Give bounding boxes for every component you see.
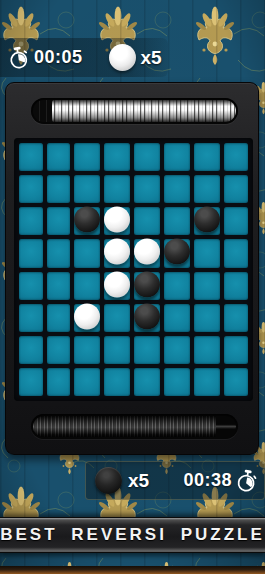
board-cell-h7[interactable]	[224, 336, 248, 364]
hud-black-player: x5 00:38	[85, 461, 265, 500]
white-tray-discs	[52, 100, 236, 122]
board-cell-b1[interactable]	[47, 143, 71, 171]
board-cell-e1[interactable]	[134, 143, 160, 171]
black-disc-icon	[95, 467, 122, 494]
board-cell-a5[interactable]	[19, 272, 43, 300]
board-cell-h6[interactable]	[224, 304, 248, 332]
board-cell-e2[interactable]	[134, 175, 160, 203]
board-cell-c1[interactable]	[74, 143, 100, 171]
white-piece-tray	[31, 98, 238, 124]
board-cell-h8[interactable]	[224, 368, 248, 396]
black-tray-discs	[33, 416, 216, 437]
board-cell-c3[interactable]	[74, 207, 100, 235]
white-piece	[134, 239, 160, 265]
white-piece	[74, 303, 100, 329]
board-cell-c4[interactable]	[74, 239, 100, 267]
board-cell-f5[interactable]	[164, 272, 190, 300]
white-piece	[104, 207, 130, 233]
board-cell-h1[interactable]	[224, 143, 248, 171]
board-cell-b5[interactable]	[47, 272, 71, 300]
board-cell-b7[interactable]	[47, 336, 71, 364]
board-cell-f4[interactable]	[164, 239, 190, 267]
board-cell-h5[interactable]	[224, 272, 248, 300]
white-timer: 00:05	[34, 47, 83, 68]
app-title: BEST REVERSI PUZZLE	[0, 525, 265, 545]
stopwatch-icon	[234, 467, 259, 494]
board-cell-h2[interactable]	[224, 175, 248, 203]
board-cell-b2[interactable]	[47, 175, 71, 203]
board-cell-g4[interactable]	[194, 239, 220, 267]
board-cell-f6[interactable]	[164, 304, 190, 332]
board-cell-c2[interactable]	[74, 175, 100, 203]
white-remaining-count: x5	[141, 47, 162, 69]
board-frame	[5, 82, 259, 455]
black-timer: 00:38	[183, 470, 232, 491]
black-piece	[194, 207, 220, 233]
board-cell-a7[interactable]	[19, 336, 43, 364]
board-cell-g3[interactable]	[194, 207, 220, 235]
board-cell-d4[interactable]	[104, 239, 130, 267]
white-tray-empty-slot	[33, 100, 52, 122]
board-cell-d1[interactable]	[104, 143, 130, 171]
board-cell-a8[interactable]	[19, 368, 43, 396]
black-piece	[74, 207, 100, 233]
board-cell-e4[interactable]	[134, 239, 160, 267]
hud-white-player: 00:05 x5	[0, 38, 168, 77]
black-remaining-count: x5	[128, 470, 149, 492]
board-cell-c5[interactable]	[74, 272, 100, 300]
black-tray-empty-slot	[216, 416, 236, 437]
board-cell-b6[interactable]	[47, 304, 71, 332]
board-cell-f3[interactable]	[164, 207, 190, 235]
board-cell-f1[interactable]	[164, 143, 190, 171]
board-cell-g1[interactable]	[194, 143, 220, 171]
white-disc-icon	[109, 44, 136, 71]
board-cell-e6[interactable]	[134, 304, 160, 332]
black-piece-tray	[31, 414, 238, 439]
board-cell-h3[interactable]	[224, 207, 248, 235]
stopwatch-icon	[6, 44, 30, 71]
board-cell-a4[interactable]	[19, 239, 43, 267]
board-cell-d3[interactable]	[104, 207, 130, 235]
board-cell-h4[interactable]	[224, 239, 248, 267]
board-cell-b4[interactable]	[47, 239, 71, 267]
board-cell-d2[interactable]	[104, 175, 130, 203]
black-piece	[134, 271, 160, 297]
board-cell-c6[interactable]	[74, 304, 100, 332]
board-cell-c8[interactable]	[74, 368, 100, 396]
board-cell-g2[interactable]	[194, 175, 220, 203]
board-cell-e8[interactable]	[134, 368, 160, 396]
board-cell-f7[interactable]	[164, 336, 190, 364]
board-cell-f2[interactable]	[164, 175, 190, 203]
board-cell-e7[interactable]	[134, 336, 160, 364]
board-cell-a3[interactable]	[19, 207, 43, 235]
white-piece	[104, 239, 130, 265]
board-cell-b3[interactable]	[47, 207, 71, 235]
title-banner: BEST REVERSI PUZZLE	[0, 517, 265, 553]
black-piece	[164, 239, 190, 265]
board-cell-e5[interactable]	[134, 272, 160, 300]
board-cell-d6[interactable]	[104, 304, 130, 332]
board-cell-e3[interactable]	[134, 207, 160, 235]
board-cell-g5[interactable]	[194, 272, 220, 300]
board-cell-g8[interactable]	[194, 368, 220, 396]
app-screen: 00:05 x5 x5 00:38 BEST	[0, 0, 265, 574]
board-cell-g6[interactable]	[194, 304, 220, 332]
board-cell-a2[interactable]	[19, 175, 43, 203]
board-cell-f8[interactable]	[164, 368, 190, 396]
white-piece	[104, 271, 130, 297]
board-cell-a1[interactable]	[19, 143, 43, 171]
reversi-board	[14, 138, 253, 401]
board-cell-d5[interactable]	[104, 272, 130, 300]
board-cell-g7[interactable]	[194, 336, 220, 364]
board-cell-d7[interactable]	[104, 336, 130, 364]
black-piece	[134, 303, 160, 329]
board-cell-c7[interactable]	[74, 336, 100, 364]
board-cell-a6[interactable]	[19, 304, 43, 332]
bottom-edge-strip	[0, 566, 265, 574]
board-cell-b8[interactable]	[47, 368, 71, 396]
board-cell-d8[interactable]	[104, 368, 130, 396]
